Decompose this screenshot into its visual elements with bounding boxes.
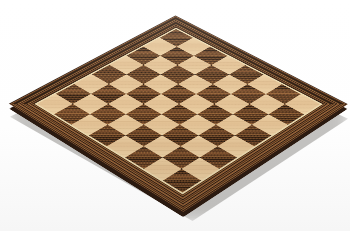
square-r8c8 — [163, 169, 201, 193]
square-r4c8 — [235, 125, 271, 147]
square-r8c7 — [144, 157, 182, 180]
square-r7c6 — [144, 135, 181, 157]
square-r3c8 — [252, 114, 288, 135]
camera-wrapper — [0, 0, 350, 231]
square-r2c8 — [269, 104, 305, 125]
frame-rail-bottom — [9, 96, 199, 212]
square-r5c6 — [180, 114, 216, 135]
square-r6c7 — [181, 135, 218, 157]
square-r3c7 — [233, 104, 269, 125]
square-r8c4 — [89, 125, 126, 147]
board-top-face — [9, 15, 348, 212]
square-r8c3 — [71, 114, 107, 135]
square-r5c8 — [218, 135, 255, 157]
square-r4c6 — [197, 104, 233, 125]
chess-board — [9, 15, 348, 212]
square-r8c5 — [107, 135, 144, 157]
square-r7c8 — [182, 157, 220, 180]
square-r6c8 — [200, 146, 237, 169]
square-r7c3 — [90, 104, 126, 125]
square-r7c5 — [125, 125, 162, 147]
square-r5c7 — [198, 125, 234, 147]
square-r8c2 — [54, 104, 90, 125]
square-r7c4 — [108, 114, 144, 135]
product-photo-background — [0, 0, 350, 231]
square-r7c7 — [162, 146, 199, 169]
perspective-scene — [0, 0, 350, 231]
square-r8c6 — [125, 146, 162, 169]
square-r6c4 — [126, 104, 162, 125]
frame-rail-right — [167, 96, 348, 212]
playing-field — [37, 29, 320, 192]
square-r6c5 — [144, 114, 180, 135]
square-r5c5 — [162, 104, 198, 125]
square-r4c7 — [216, 114, 252, 135]
square-r6c6 — [162, 125, 198, 147]
